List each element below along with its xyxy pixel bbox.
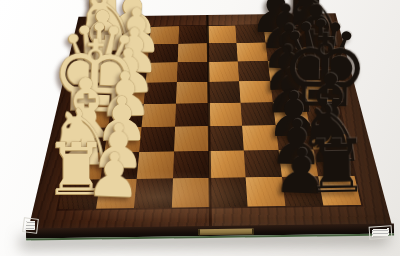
board-square [149,26,179,44]
lot-sticker-left [22,217,39,234]
board-square [137,151,174,178]
board-square [238,61,270,81]
board-square [120,27,151,45]
board-square [207,26,236,44]
board-square [146,62,178,82]
board-square [175,103,209,126]
board-square [239,81,273,103]
board-square [83,63,117,83]
board-square [295,42,328,61]
board-square [244,150,282,177]
lot-sticker-right [369,225,393,240]
board-square [58,179,100,209]
board-square [263,25,294,43]
board-square [242,125,279,150]
board-square [108,104,144,128]
board-square [313,149,354,176]
board-square [104,127,141,152]
board-square [241,102,276,125]
board-square [273,102,309,125]
board-square [144,82,177,104]
board-square [174,126,209,151]
board-square [318,176,361,206]
board-square [115,63,148,83]
board-square [309,124,348,149]
board-square [276,125,314,150]
board-square [279,149,319,176]
board-square [142,104,176,127]
board-square [177,62,208,82]
board-square [209,126,244,151]
board-square [208,103,242,126]
board-square [87,45,120,64]
board-square [208,81,241,103]
chess-board [28,13,392,230]
board-square [282,176,323,206]
board-square [207,43,237,62]
brass-hinge-icon [198,228,254,235]
board-square [64,152,104,179]
board-square [148,44,179,63]
board-square [176,82,208,104]
board-square [305,101,343,124]
board-square [79,83,114,105]
board-square [96,179,137,209]
board-square [118,44,150,63]
board-square [178,43,208,62]
board-square [298,60,333,80]
board-square [208,61,239,81]
board-square [292,24,324,42]
board-square [70,128,109,153]
board-square [75,104,112,128]
board-square [91,27,123,45]
board-square [270,80,305,102]
board-square [268,61,302,81]
board-square [100,152,139,179]
board-square [209,177,247,207]
chess-set-photo: ♜♟♟♜♞♟♟♞♝♟♟♝♛♟♟♛♚♟♟♚♝♟♟♝♞♟♟♞♜♟♟♜ [0,0,400,256]
board-square [235,25,265,43]
board-square [266,42,298,61]
board-square [209,150,246,177]
board-square [178,26,207,44]
board-square [236,42,267,61]
board-surface [28,13,392,230]
board-square [173,151,209,178]
board-square [111,83,145,105]
board-square [172,178,210,208]
board-square [301,80,337,102]
board-square [134,178,173,208]
board-square [139,127,175,152]
board-square [246,177,286,207]
